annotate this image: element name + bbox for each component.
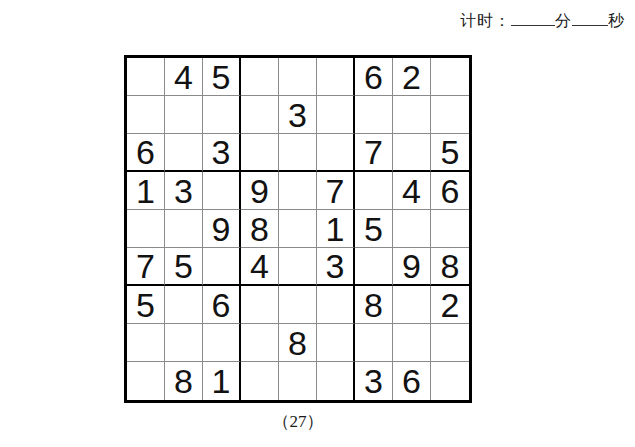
cell-r2c4[interactable] (241, 96, 279, 134)
cell-r1c3[interactable]: 5 (203, 58, 241, 96)
cell-r4c5[interactable] (279, 172, 317, 210)
cell-r9c8[interactable]: 6 (393, 362, 431, 400)
cell-r7c3[interactable]: 6 (203, 286, 241, 324)
cell-r3c5[interactable] (279, 134, 317, 172)
cell-r7c5[interactable] (279, 286, 317, 324)
cell-r5c6[interactable]: 1 (317, 210, 355, 248)
cell-r1c7[interactable]: 6 (355, 58, 393, 96)
cell-r2c3[interactable] (203, 96, 241, 134)
sudoku-board: 4562363751397469815754398568288136 (124, 55, 472, 403)
minutes-unit: 分 (555, 12, 572, 29)
cell-r7c2[interactable] (165, 286, 203, 324)
cell-r2c6[interactable] (317, 96, 355, 134)
cell-r8c1[interactable] (127, 324, 165, 362)
cell-r8c8[interactable] (393, 324, 431, 362)
seconds-unit: 秒 (608, 12, 625, 29)
cell-r6c2[interactable]: 5 (165, 248, 203, 286)
cell-r9c3[interactable]: 1 (203, 362, 241, 400)
cell-r8c5[interactable]: 8 (279, 324, 317, 362)
cell-r7c7[interactable]: 8 (355, 286, 393, 324)
cell-r5c9[interactable] (431, 210, 469, 248)
cell-r7c8[interactable] (393, 286, 431, 324)
cell-r4c4[interactable]: 9 (241, 172, 279, 210)
cell-r8c6[interactable] (317, 324, 355, 362)
cell-r7c6[interactable] (317, 286, 355, 324)
cell-r6c9[interactable]: 8 (431, 248, 469, 286)
cell-r5c2[interactable] (165, 210, 203, 248)
cell-r9c6[interactable] (317, 362, 355, 400)
puzzle-number: （27） (124, 410, 472, 433)
cell-r8c2[interactable] (165, 324, 203, 362)
cell-r9c2[interactable]: 8 (165, 362, 203, 400)
cell-r1c2[interactable]: 4 (165, 58, 203, 96)
cell-r1c5[interactable] (279, 58, 317, 96)
cell-r2c1[interactable] (127, 96, 165, 134)
cell-r6c7[interactable] (355, 248, 393, 286)
cell-r2c5[interactable]: 3 (279, 96, 317, 134)
cell-r5c1[interactable] (127, 210, 165, 248)
cell-r7c1[interactable]: 5 (127, 286, 165, 324)
cell-r1c6[interactable] (317, 58, 355, 96)
cell-r3c9[interactable]: 5 (431, 134, 469, 172)
timer-label: 计时： (460, 12, 511, 29)
cell-r2c7[interactable] (355, 96, 393, 134)
seconds-blank (572, 10, 608, 26)
cell-r1c4[interactable] (241, 58, 279, 96)
minutes-blank (511, 10, 555, 26)
cell-r4c1[interactable]: 1 (127, 172, 165, 210)
cell-r3c3[interactable]: 3 (203, 134, 241, 172)
cell-r1c9[interactable] (431, 58, 469, 96)
cell-r2c2[interactable] (165, 96, 203, 134)
cell-r3c2[interactable] (165, 134, 203, 172)
cell-r9c5[interactable] (279, 362, 317, 400)
cell-r6c4[interactable]: 4 (241, 248, 279, 286)
cell-r4c9[interactable]: 6 (431, 172, 469, 210)
cell-r9c1[interactable] (127, 362, 165, 400)
cell-r7c4[interactable] (241, 286, 279, 324)
cell-r2c9[interactable] (431, 96, 469, 134)
cell-r4c8[interactable]: 4 (393, 172, 431, 210)
cell-r5c8[interactable] (393, 210, 431, 248)
cell-r9c9[interactable] (431, 362, 469, 400)
cell-r3c6[interactable] (317, 134, 355, 172)
cell-r4c6[interactable]: 7 (317, 172, 355, 210)
cell-r6c1[interactable]: 7 (127, 248, 165, 286)
cell-r6c3[interactable] (203, 248, 241, 286)
timer-line: 计时：分秒 (460, 10, 625, 32)
cell-r1c1[interactable] (127, 58, 165, 96)
cell-r9c4[interactable] (241, 362, 279, 400)
cell-r6c6[interactable]: 3 (317, 248, 355, 286)
cell-r8c9[interactable] (431, 324, 469, 362)
cell-r4c7[interactable] (355, 172, 393, 210)
cell-r4c2[interactable]: 3 (165, 172, 203, 210)
cell-r2c8[interactable] (393, 96, 431, 134)
cell-r3c7[interactable]: 7 (355, 134, 393, 172)
cell-r1c8[interactable]: 2 (393, 58, 431, 96)
cell-r9c7[interactable]: 3 (355, 362, 393, 400)
cell-r8c4[interactable] (241, 324, 279, 362)
cell-r5c3[interactable]: 9 (203, 210, 241, 248)
cell-r6c8[interactable]: 9 (393, 248, 431, 286)
cell-r4c3[interactable] (203, 172, 241, 210)
cell-r3c4[interactable] (241, 134, 279, 172)
cell-r6c5[interactable] (279, 248, 317, 286)
cell-r3c8[interactable] (393, 134, 431, 172)
puzzle-page: 计时：分秒 4562363751397469815754398568288136… (0, 0, 635, 447)
cell-r7c9[interactable]: 2 (431, 286, 469, 324)
cell-r3c1[interactable]: 6 (127, 134, 165, 172)
cell-r5c4[interactable]: 8 (241, 210, 279, 248)
cell-r8c3[interactable] (203, 324, 241, 362)
cell-r5c5[interactable] (279, 210, 317, 248)
cell-r5c7[interactable]: 5 (355, 210, 393, 248)
cell-r8c7[interactable] (355, 324, 393, 362)
